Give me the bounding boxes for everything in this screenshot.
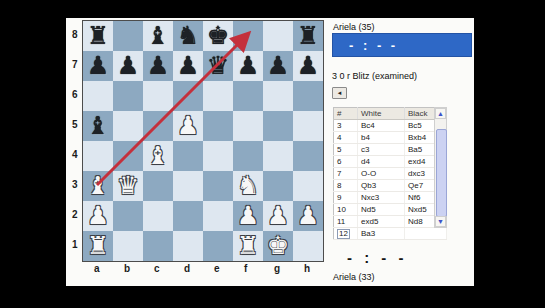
square-h7[interactable]: ♟ bbox=[293, 51, 323, 81]
move-row-6: 6d4exd4 bbox=[334, 156, 447, 168]
square-c7[interactable]: ♟ bbox=[143, 51, 173, 81]
move-number: 12 bbox=[334, 228, 358, 240]
bottom-player-name: Ariela (33) bbox=[333, 272, 375, 282]
piece-black-pawn: ♟ bbox=[177, 51, 199, 81]
move-list-header: # White Black bbox=[334, 108, 447, 120]
white-move[interactable]: b4 bbox=[358, 132, 405, 144]
file-label-d: d bbox=[184, 263, 190, 274]
square-g4[interactable] bbox=[263, 141, 293, 171]
square-c6[interactable] bbox=[143, 81, 173, 111]
video-frame: ♜♝♞♚♜♟♟♟♟♛♟♟♟♝♟♝♝♛♞♟♟♟♟♜♜♚ 87654321abcde… bbox=[0, 0, 545, 308]
piece-black-pawn: ♟ bbox=[117, 51, 139, 81]
square-e4[interactable] bbox=[203, 141, 233, 171]
white-move[interactable]: Nxc3 bbox=[358, 192, 405, 204]
move-number: 11 bbox=[334, 216, 358, 228]
header-white: White bbox=[358, 108, 405, 120]
white-move[interactable]: exd5 bbox=[358, 216, 405, 228]
square-c8[interactable]: ♝ bbox=[143, 21, 173, 51]
piece-white-queen: ♛ bbox=[117, 171, 139, 201]
square-c3[interactable] bbox=[143, 171, 173, 201]
square-g8[interactable] bbox=[263, 21, 293, 51]
square-a4[interactable] bbox=[83, 141, 113, 171]
move-row-8: 8Qb3Qe7 bbox=[334, 180, 447, 192]
white-move[interactable]: Bc4 bbox=[358, 120, 405, 132]
piece-black-knight: ♞ bbox=[177, 21, 199, 51]
square-c5[interactable] bbox=[143, 111, 173, 141]
square-g7[interactable]: ♟ bbox=[263, 51, 293, 81]
piece-black-bishop: ♝ bbox=[147, 21, 169, 51]
scroll-up-icon[interactable]: ▲ bbox=[435, 108, 446, 119]
square-d3[interactable] bbox=[173, 171, 203, 201]
file-label-c: c bbox=[154, 263, 160, 274]
square-d5[interactable]: ♟ bbox=[173, 111, 203, 141]
move-number: 7 bbox=[334, 168, 358, 180]
piece-black-bishop: ♝ bbox=[87, 111, 109, 141]
square-h8[interactable]: ♜ bbox=[293, 21, 323, 51]
move-number: 4 bbox=[334, 132, 358, 144]
scroll-down-icon[interactable]: ▼ bbox=[435, 216, 446, 227]
move-number: 10 bbox=[334, 204, 358, 216]
piece-white-bishop: ♝ bbox=[87, 171, 109, 201]
square-b2[interactable] bbox=[113, 201, 143, 231]
file-label-a: a bbox=[94, 263, 100, 274]
move-row-12: 12Ba3 bbox=[334, 228, 447, 240]
square-e3[interactable] bbox=[203, 171, 233, 201]
square-h5[interactable] bbox=[293, 111, 323, 141]
top-player-clock: - : - - bbox=[332, 33, 472, 57]
square-f7[interactable]: ♟ bbox=[233, 51, 263, 81]
square-f2[interactable]: ♟ bbox=[233, 201, 263, 231]
piece-black-pawn: ♟ bbox=[147, 51, 169, 81]
piece-white-bishop: ♝ bbox=[147, 141, 169, 171]
move-row-4: 4b4Bxb4 bbox=[334, 132, 447, 144]
piece-white-rook: ♜ bbox=[87, 231, 109, 261]
square-b6[interactable] bbox=[113, 81, 143, 111]
square-f8[interactable] bbox=[233, 21, 263, 51]
piece-white-king: ♚ bbox=[267, 231, 289, 261]
square-h2[interactable]: ♟ bbox=[293, 201, 323, 231]
square-d8[interactable]: ♞ bbox=[173, 21, 203, 51]
top-clock-time: - : - - bbox=[349, 38, 398, 53]
white-move[interactable]: c3 bbox=[358, 144, 405, 156]
file-label-b: b bbox=[124, 263, 130, 274]
square-h1[interactable] bbox=[293, 231, 323, 261]
rank-label-7: 7 bbox=[72, 59, 78, 70]
move-number: 6 bbox=[334, 156, 358, 168]
move-number: 8 bbox=[334, 180, 358, 192]
square-a3[interactable]: ♝ bbox=[83, 171, 113, 201]
square-d4[interactable] bbox=[173, 141, 203, 171]
chess-board: ♜♝♞♚♜♟♟♟♟♛♟♟♟♝♟♝♝♛♞♟♟♟♟♜♜♚ bbox=[82, 20, 324, 262]
square-d6[interactable] bbox=[173, 81, 203, 111]
square-g3[interactable] bbox=[263, 171, 293, 201]
square-c1[interactable] bbox=[143, 231, 173, 261]
square-b3[interactable]: ♛ bbox=[113, 171, 143, 201]
square-d7[interactable]: ♟ bbox=[173, 51, 203, 81]
square-f5[interactable] bbox=[233, 111, 263, 141]
header-move-number: # bbox=[334, 108, 358, 120]
move-row-11: 11exd5Nd8 bbox=[334, 216, 447, 228]
file-label-h: h bbox=[304, 263, 310, 274]
move-number: 3 bbox=[334, 120, 358, 132]
square-a5[interactable]: ♝ bbox=[83, 111, 113, 141]
square-b1[interactable] bbox=[113, 231, 143, 261]
square-b4[interactable] bbox=[113, 141, 143, 171]
game-type-label: 3 0 r Blitz (examined) bbox=[332, 71, 417, 81]
file-label-e: e bbox=[214, 263, 220, 274]
square-b8[interactable] bbox=[113, 21, 143, 51]
move-row-3: 3Bc4Bc5 bbox=[334, 120, 447, 132]
square-d2[interactable] bbox=[173, 201, 203, 231]
top-player-name: Ariela (35) bbox=[333, 22, 375, 32]
move-row-9: 9Nxc3Nf6 bbox=[334, 192, 447, 204]
piece-white-rook: ♜ bbox=[237, 231, 259, 261]
piece-black-pawn: ♟ bbox=[237, 51, 259, 81]
move-row-5: 5c3Ba5 bbox=[334, 144, 447, 156]
square-g2[interactable]: ♟ bbox=[263, 201, 293, 231]
square-f1[interactable]: ♜ bbox=[233, 231, 263, 261]
square-e5[interactable] bbox=[203, 111, 233, 141]
white-move[interactable]: d4 bbox=[358, 156, 405, 168]
file-label-f: f bbox=[244, 263, 247, 274]
rank-label-3: 3 bbox=[72, 179, 78, 190]
square-c2[interactable] bbox=[143, 201, 173, 231]
square-b5[interactable] bbox=[113, 111, 143, 141]
square-f6[interactable] bbox=[233, 81, 263, 111]
move-list-scrollbar[interactable]: ▲ ▼ bbox=[434, 107, 447, 228]
square-g1[interactable]: ♚ bbox=[263, 231, 293, 261]
piece-black-rook: ♜ bbox=[297, 21, 319, 51]
piece-black-pawn: ♟ bbox=[297, 51, 319, 81]
square-h6[interactable] bbox=[293, 81, 323, 111]
rank-label-4: 4 bbox=[72, 149, 78, 160]
piece-black-queen: ♛ bbox=[207, 51, 229, 81]
move-row-10: 10Nd5Nxd5 bbox=[334, 204, 447, 216]
piece-white-knight: ♞ bbox=[237, 171, 259, 201]
square-f4[interactable] bbox=[233, 141, 263, 171]
square-g6[interactable] bbox=[263, 81, 293, 111]
black-move[interactable] bbox=[405, 228, 447, 240]
white-move[interactable]: Ba3 bbox=[358, 228, 405, 240]
square-h4[interactable] bbox=[293, 141, 323, 171]
piece-black-pawn: ♟ bbox=[87, 51, 109, 81]
square-g5[interactable] bbox=[263, 111, 293, 141]
rank-label-2: 2 bbox=[72, 209, 78, 220]
square-b7[interactable]: ♟ bbox=[113, 51, 143, 81]
square-a2[interactable]: ♟ bbox=[83, 201, 113, 231]
white-move[interactable]: O-O bbox=[358, 168, 405, 180]
piece-black-pawn: ♟ bbox=[267, 51, 289, 81]
square-f3[interactable]: ♞ bbox=[233, 171, 263, 201]
white-move[interactable]: Nd5 bbox=[358, 204, 405, 216]
square-a8[interactable]: ♜ bbox=[83, 21, 113, 51]
move-number: 5 bbox=[334, 144, 358, 156]
piece-white-pawn: ♟ bbox=[267, 201, 289, 231]
square-a7[interactable]: ♟ bbox=[83, 51, 113, 81]
square-c4[interactable]: ♝ bbox=[143, 141, 173, 171]
square-e8[interactable]: ♚ bbox=[203, 21, 233, 51]
rank-label-5: 5 bbox=[72, 119, 78, 130]
piece-black-king: ♚ bbox=[207, 21, 229, 51]
piece-black-rook: ♜ bbox=[87, 21, 109, 51]
rank-label-8: 8 bbox=[72, 29, 78, 40]
square-a6[interactable] bbox=[83, 81, 113, 111]
piece-white-pawn: ♟ bbox=[297, 201, 319, 231]
square-d1[interactable] bbox=[173, 231, 203, 261]
piece-white-pawn: ♟ bbox=[87, 201, 109, 231]
file-label-g: g bbox=[274, 263, 280, 274]
move-back-button[interactable]: ◂ bbox=[332, 87, 347, 99]
move-number: 9 bbox=[334, 192, 358, 204]
square-e1[interactable] bbox=[203, 231, 233, 261]
rank-label-1: 1 bbox=[72, 239, 78, 250]
rank-label-6: 6 bbox=[72, 89, 78, 100]
piece-white-pawn: ♟ bbox=[237, 201, 259, 231]
square-e6[interactable] bbox=[203, 81, 233, 111]
square-a1[interactable]: ♜ bbox=[83, 231, 113, 261]
move-list-table: # White Black 3Bc4Bc54b4Bxb45c3Ba56d4exd… bbox=[333, 107, 447, 240]
square-e7[interactable]: ♛ bbox=[203, 51, 233, 81]
scrollbar-thumb[interactable] bbox=[436, 129, 447, 217]
square-e2[interactable] bbox=[203, 201, 233, 231]
piece-white-pawn: ♟ bbox=[177, 111, 199, 141]
move-row-7: 7O-Odxc3 bbox=[334, 168, 447, 180]
bottom-player-clock: - : - - bbox=[347, 249, 407, 266]
square-h3[interactable] bbox=[293, 171, 323, 201]
white-move[interactable]: Qb3 bbox=[358, 180, 405, 192]
chess-app-window: ♜♝♞♚♜♟♟♟♟♛♟♟♟♝♟♝♝♛♞♟♟♟♟♜♜♚ 87654321abcde… bbox=[66, 18, 474, 286]
